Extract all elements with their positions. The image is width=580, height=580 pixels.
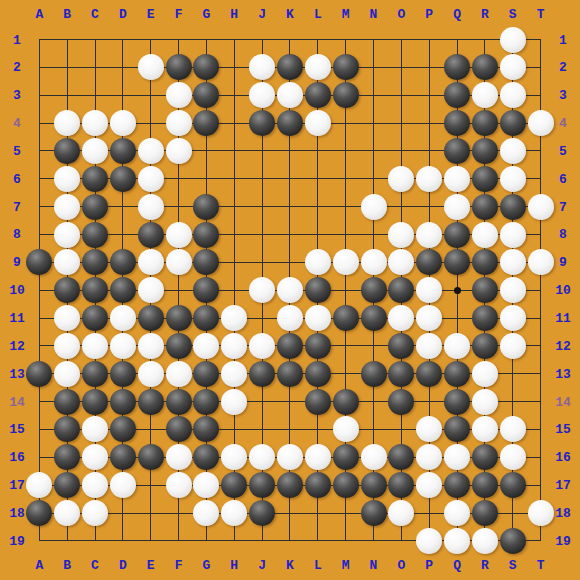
row-label-right-11: 11 xyxy=(555,312,571,325)
row-label-left-17: 17 xyxy=(9,479,25,492)
white-stone-H11[interactable] xyxy=(221,305,247,331)
col-label-top-F: F xyxy=(175,8,183,21)
black-stone-C11[interactable] xyxy=(82,305,108,331)
white-stone-B7[interactable] xyxy=(54,194,80,220)
row-label-right-18: 18 xyxy=(555,506,571,519)
black-stone-Q4[interactable] xyxy=(444,110,470,136)
black-stone-A13[interactable] xyxy=(26,361,52,387)
white-stone-F16[interactable] xyxy=(166,444,192,470)
white-stone-G18[interactable] xyxy=(193,500,219,526)
row-label-left-4: 4 xyxy=(13,117,21,130)
black-stone-K12[interactable] xyxy=(277,333,303,359)
white-stone-B18[interactable] xyxy=(54,500,80,526)
col-label-bottom-P: P xyxy=(425,559,433,572)
row-label-right-6: 6 xyxy=(559,172,567,185)
black-stone-O12[interactable] xyxy=(388,333,414,359)
black-stone-F15[interactable] xyxy=(166,416,192,442)
col-label-top-T: T xyxy=(537,8,545,21)
row-label-left-12: 12 xyxy=(9,339,25,352)
white-stone-S12[interactable] xyxy=(500,333,526,359)
white-stone-B11[interactable] xyxy=(54,305,80,331)
white-stone-Q18[interactable] xyxy=(444,500,470,526)
white-stone-F13[interactable] xyxy=(166,361,192,387)
white-stone-O18[interactable] xyxy=(388,500,414,526)
white-stone-N9[interactable] xyxy=(361,249,387,275)
col-label-top-B: B xyxy=(63,8,71,21)
black-stone-R4[interactable] xyxy=(472,110,498,136)
col-label-bottom-B: B xyxy=(63,559,71,572)
black-stone-R16[interactable] xyxy=(472,444,498,470)
row-label-left-2: 2 xyxy=(13,61,21,74)
col-label-bottom-F: F xyxy=(175,559,183,572)
white-stone-J2[interactable] xyxy=(249,54,275,80)
black-stone-N13[interactable] xyxy=(361,361,387,387)
col-label-top-O: O xyxy=(397,8,405,21)
row-label-left-10: 10 xyxy=(9,284,25,297)
white-stone-M15[interactable] xyxy=(333,416,359,442)
white-stone-R15[interactable] xyxy=(472,416,498,442)
black-stone-M17[interactable] xyxy=(333,472,359,498)
black-stone-L10[interactable] xyxy=(305,277,331,303)
white-stone-F17[interactable] xyxy=(166,472,192,498)
white-stone-H14[interactable] xyxy=(221,389,247,415)
col-label-bottom-Q: Q xyxy=(453,559,461,572)
black-stone-M11[interactable] xyxy=(333,305,359,331)
black-stone-Q8[interactable] xyxy=(444,222,470,248)
white-stone-Q7[interactable] xyxy=(444,194,470,220)
col-label-top-C: C xyxy=(91,8,99,21)
col-label-bottom-C: C xyxy=(91,559,99,572)
white-stone-K10[interactable] xyxy=(277,277,303,303)
col-label-top-R: R xyxy=(481,8,489,21)
black-stone-C14[interactable] xyxy=(82,389,108,415)
white-stone-B6[interactable] xyxy=(54,166,80,192)
col-label-bottom-M: M xyxy=(342,559,350,572)
black-stone-R11[interactable] xyxy=(472,305,498,331)
row-label-right-9: 9 xyxy=(559,256,567,269)
black-stone-G4[interactable] xyxy=(193,110,219,136)
black-stone-J17[interactable] xyxy=(249,472,275,498)
row-label-right-17: 17 xyxy=(555,479,571,492)
col-label-top-K: K xyxy=(286,8,294,21)
white-stone-S9[interactable] xyxy=(500,249,526,275)
black-stone-D5[interactable] xyxy=(110,138,136,164)
black-stone-C9[interactable] xyxy=(82,249,108,275)
black-stone-O14[interactable] xyxy=(388,389,414,415)
black-stone-R18[interactable] xyxy=(472,500,498,526)
black-stone-N10[interactable] xyxy=(361,277,387,303)
black-stone-M16[interactable] xyxy=(333,444,359,470)
black-stone-P9[interactable] xyxy=(416,249,442,275)
black-stone-M14[interactable] xyxy=(333,389,359,415)
black-stone-Q5[interactable] xyxy=(444,138,470,164)
black-stone-J18[interactable] xyxy=(249,500,275,526)
col-label-top-S: S xyxy=(509,8,517,21)
black-stone-D13[interactable] xyxy=(110,361,136,387)
row-label-right-10: 10 xyxy=(555,284,571,297)
row-label-left-16: 16 xyxy=(9,451,25,464)
row-label-right-16: 16 xyxy=(555,451,571,464)
white-stone-E5[interactable] xyxy=(138,138,164,164)
white-stone-S15[interactable] xyxy=(500,416,526,442)
white-stone-P12[interactable] xyxy=(416,333,442,359)
row-label-left-8: 8 xyxy=(13,228,21,241)
white-stone-E9[interactable] xyxy=(138,249,164,275)
black-stone-F2[interactable] xyxy=(166,54,192,80)
black-stone-K4[interactable] xyxy=(277,110,303,136)
row-label-left-5: 5 xyxy=(13,144,21,157)
black-stone-R6[interactable] xyxy=(472,166,498,192)
white-stone-S1[interactable] xyxy=(500,27,526,53)
col-label-bottom-H: H xyxy=(230,559,238,572)
white-stone-B4[interactable] xyxy=(54,110,80,136)
white-stone-H18[interactable] xyxy=(221,500,247,526)
black-stone-R10[interactable] xyxy=(472,277,498,303)
white-stone-C5[interactable] xyxy=(82,138,108,164)
black-stone-Q2[interactable] xyxy=(444,54,470,80)
row-label-right-8: 8 xyxy=(559,228,567,241)
white-stone-S2[interactable] xyxy=(500,54,526,80)
row-label-right-3: 3 xyxy=(559,89,567,102)
black-stone-K17[interactable] xyxy=(277,472,303,498)
white-stone-R19[interactable] xyxy=(472,528,498,554)
black-stone-P13[interactable] xyxy=(416,361,442,387)
white-stone-F8[interactable] xyxy=(166,222,192,248)
black-stone-G13[interactable] xyxy=(193,361,219,387)
white-stone-P11[interactable] xyxy=(416,305,442,331)
white-stone-L9[interactable] xyxy=(305,249,331,275)
white-stone-B9[interactable] xyxy=(54,249,80,275)
row-label-right-4: 4 xyxy=(559,117,567,130)
black-stone-F12[interactable] xyxy=(166,333,192,359)
black-stone-O10[interactable] xyxy=(388,277,414,303)
white-stone-O9[interactable] xyxy=(388,249,414,275)
black-stone-F11[interactable] xyxy=(166,305,192,331)
row-label-left-15: 15 xyxy=(9,423,25,436)
row-label-left-9: 9 xyxy=(13,256,21,269)
white-stone-M9[interactable] xyxy=(333,249,359,275)
black-stone-H17[interactable] xyxy=(221,472,247,498)
white-stone-K3[interactable] xyxy=(277,82,303,108)
row-label-left-1: 1 xyxy=(13,33,21,46)
col-label-top-N: N xyxy=(370,8,378,21)
go-board[interactable]: AABBCCDDEEFFGGHHJJKKLLMMNNOOPPQQRRSSTT11… xyxy=(0,0,580,580)
col-label-bottom-O: O xyxy=(397,559,405,572)
black-stone-R2[interactable] xyxy=(472,54,498,80)
white-stone-E6[interactable] xyxy=(138,166,164,192)
white-stone-H12[interactable] xyxy=(221,333,247,359)
black-stone-R17[interactable] xyxy=(472,472,498,498)
black-stone-L17[interactable] xyxy=(305,472,331,498)
white-stone-T9[interactable] xyxy=(528,249,554,275)
col-label-top-P: P xyxy=(425,8,433,21)
black-stone-S17[interactable] xyxy=(500,472,526,498)
black-stone-F14[interactable] xyxy=(166,389,192,415)
white-stone-L16[interactable] xyxy=(305,444,331,470)
white-stone-T18[interactable] xyxy=(528,500,554,526)
white-stone-E13[interactable] xyxy=(138,361,164,387)
col-label-bottom-A: A xyxy=(35,559,43,572)
col-label-bottom-G: G xyxy=(202,559,210,572)
black-stone-Q14[interactable] xyxy=(444,389,470,415)
black-stone-L14[interactable] xyxy=(305,389,331,415)
col-label-top-D: D xyxy=(119,8,127,21)
white-stone-O11[interactable] xyxy=(388,305,414,331)
black-stone-B17[interactable] xyxy=(54,472,80,498)
black-stone-J4[interactable] xyxy=(249,110,275,136)
black-stone-K13[interactable] xyxy=(277,361,303,387)
black-stone-B14[interactable] xyxy=(54,389,80,415)
white-stone-E10[interactable] xyxy=(138,277,164,303)
white-stone-C16[interactable] xyxy=(82,444,108,470)
row-label-right-1: 1 xyxy=(559,33,567,46)
white-stone-O8[interactable] xyxy=(388,222,414,248)
black-stone-S19[interactable] xyxy=(500,528,526,554)
white-stone-C17[interactable] xyxy=(82,472,108,498)
col-label-top-L: L xyxy=(314,8,322,21)
black-stone-D9[interactable] xyxy=(110,249,136,275)
black-stone-C7[interactable] xyxy=(82,194,108,220)
black-stone-L3[interactable] xyxy=(305,82,331,108)
black-stone-E11[interactable] xyxy=(138,305,164,331)
row-label-right-14: 14 xyxy=(555,395,571,408)
white-stone-P8[interactable] xyxy=(416,222,442,248)
white-stone-S8[interactable] xyxy=(500,222,526,248)
black-stone-O16[interactable] xyxy=(388,444,414,470)
row-label-left-3: 3 xyxy=(13,89,21,102)
white-stone-F5[interactable] xyxy=(166,138,192,164)
row-label-right-19: 19 xyxy=(555,534,571,547)
row-label-left-7: 7 xyxy=(13,200,21,213)
row-label-right-15: 15 xyxy=(555,423,571,436)
black-stone-R12[interactable] xyxy=(472,333,498,359)
white-stone-S6[interactable] xyxy=(500,166,526,192)
white-stone-F3[interactable] xyxy=(166,82,192,108)
black-stone-E8[interactable] xyxy=(138,222,164,248)
col-label-bottom-R: R xyxy=(481,559,489,572)
white-stone-P19[interactable] xyxy=(416,528,442,554)
white-stone-F4[interactable] xyxy=(166,110,192,136)
white-stone-E7[interactable] xyxy=(138,194,164,220)
white-stone-F9[interactable] xyxy=(166,249,192,275)
col-label-top-H: H xyxy=(230,8,238,21)
black-stone-N11[interactable] xyxy=(361,305,387,331)
black-stone-C10[interactable] xyxy=(82,277,108,303)
col-label-top-Q: Q xyxy=(453,8,461,21)
white-stone-O6[interactable] xyxy=(388,166,414,192)
white-stone-Q16[interactable] xyxy=(444,444,470,470)
black-stone-C8[interactable] xyxy=(82,222,108,248)
white-stone-P15[interactable] xyxy=(416,416,442,442)
white-stone-P16[interactable] xyxy=(416,444,442,470)
black-stone-G14[interactable] xyxy=(193,389,219,415)
black-stone-O17[interactable] xyxy=(388,472,414,498)
black-stone-S4[interactable] xyxy=(500,110,526,136)
black-stone-Q9[interactable] xyxy=(444,249,470,275)
white-stone-S5[interactable] xyxy=(500,138,526,164)
black-stone-B16[interactable] xyxy=(54,444,80,470)
black-stone-Q3[interactable] xyxy=(444,82,470,108)
white-stone-D12[interactable] xyxy=(110,333,136,359)
black-stone-S7[interactable] xyxy=(500,194,526,220)
white-stone-D4[interactable] xyxy=(110,110,136,136)
col-label-bottom-S: S xyxy=(509,559,517,572)
row-label-left-18: 18 xyxy=(9,506,25,519)
col-label-top-G: G xyxy=(202,8,210,21)
white-stone-H13[interactable] xyxy=(221,361,247,387)
black-stone-Q13[interactable] xyxy=(444,361,470,387)
black-stone-R9[interactable] xyxy=(472,249,498,275)
black-stone-L12[interactable] xyxy=(305,333,331,359)
black-stone-B15[interactable] xyxy=(54,416,80,442)
black-stone-N17[interactable] xyxy=(361,472,387,498)
black-stone-Q17[interactable] xyxy=(444,472,470,498)
row-label-left-19: 19 xyxy=(9,534,25,547)
white-stone-S3[interactable] xyxy=(500,82,526,108)
col-label-bottom-T: T xyxy=(537,559,545,572)
row-label-left-6: 6 xyxy=(13,172,21,185)
white-stone-Q12[interactable] xyxy=(444,333,470,359)
white-stone-L4[interactable] xyxy=(305,110,331,136)
black-stone-G8[interactable] xyxy=(193,222,219,248)
col-label-top-M: M xyxy=(342,8,350,21)
white-stone-G17[interactable] xyxy=(193,472,219,498)
row-label-right-13: 13 xyxy=(555,367,571,380)
white-stone-J16[interactable] xyxy=(249,444,275,470)
white-stone-C18[interactable] xyxy=(82,500,108,526)
white-stone-L2[interactable] xyxy=(305,54,331,80)
black-stone-E16[interactable] xyxy=(138,444,164,470)
col-label-bottom-J: J xyxy=(258,559,266,572)
white-stone-B13[interactable] xyxy=(54,361,80,387)
black-stone-M2[interactable] xyxy=(333,54,359,80)
row-label-left-13: 13 xyxy=(9,367,25,380)
col-label-bottom-N: N xyxy=(370,559,378,572)
black-stone-M3[interactable] xyxy=(333,82,359,108)
white-stone-D11[interactable] xyxy=(110,305,136,331)
white-stone-J10[interactable] xyxy=(249,277,275,303)
white-stone-N16[interactable] xyxy=(361,444,387,470)
white-stone-T7[interactable] xyxy=(528,194,554,220)
black-stone-N18[interactable] xyxy=(361,500,387,526)
black-stone-B5[interactable] xyxy=(54,138,80,164)
black-stone-Q15[interactable] xyxy=(444,416,470,442)
row-label-left-11: 11 xyxy=(9,312,25,325)
black-stone-D6[interactable] xyxy=(110,166,136,192)
star-point-Q10 xyxy=(454,287,461,294)
white-stone-H16[interactable] xyxy=(221,444,247,470)
white-stone-J12[interactable] xyxy=(249,333,275,359)
white-stone-R8[interactable] xyxy=(472,222,498,248)
row-label-right-12: 12 xyxy=(555,339,571,352)
white-stone-R14[interactable] xyxy=(472,389,498,415)
white-stone-D17[interactable] xyxy=(110,472,136,498)
col-label-top-E: E xyxy=(147,8,155,21)
white-stone-K11[interactable] xyxy=(277,305,303,331)
white-stone-C15[interactable] xyxy=(82,416,108,442)
white-stone-Q6[interactable] xyxy=(444,166,470,192)
white-stone-A17[interactable] xyxy=(26,472,52,498)
col-label-bottom-L: L xyxy=(314,559,322,572)
col-label-top-J: J xyxy=(258,8,266,21)
white-stone-K16[interactable] xyxy=(277,444,303,470)
black-stone-G2[interactable] xyxy=(193,54,219,80)
white-stone-T4[interactable] xyxy=(528,110,554,136)
white-stone-S11[interactable] xyxy=(500,305,526,331)
white-stone-L11[interactable] xyxy=(305,305,331,331)
black-stone-E14[interactable] xyxy=(138,389,164,415)
col-label-bottom-E: E xyxy=(147,559,155,572)
white-stone-J3[interactable] xyxy=(249,82,275,108)
white-stone-P17[interactable] xyxy=(416,472,442,498)
black-stone-D16[interactable] xyxy=(110,444,136,470)
white-stone-S10[interactable] xyxy=(500,277,526,303)
white-stone-S16[interactable] xyxy=(500,444,526,470)
black-stone-G15[interactable] xyxy=(193,416,219,442)
black-stone-D14[interactable] xyxy=(110,389,136,415)
black-stone-J13[interactable] xyxy=(249,361,275,387)
white-stone-R3[interactable] xyxy=(472,82,498,108)
white-stone-C4[interactable] xyxy=(82,110,108,136)
col-label-bottom-D: D xyxy=(119,559,127,572)
black-stone-C13[interactable] xyxy=(82,361,108,387)
black-stone-A18[interactable] xyxy=(26,500,52,526)
white-stone-B12[interactable] xyxy=(54,333,80,359)
white-stone-C12[interactable] xyxy=(82,333,108,359)
black-stone-G16[interactable] xyxy=(193,444,219,470)
black-stone-G7[interactable] xyxy=(193,194,219,220)
black-stone-D10[interactable] xyxy=(110,277,136,303)
white-stone-B8[interactable] xyxy=(54,222,80,248)
black-stone-L13[interactable] xyxy=(305,361,331,387)
black-stone-O13[interactable] xyxy=(388,361,414,387)
black-stone-G10[interactable] xyxy=(193,277,219,303)
row-label-right-2: 2 xyxy=(559,61,567,74)
white-stone-N7[interactable] xyxy=(361,194,387,220)
white-stone-E2[interactable] xyxy=(138,54,164,80)
white-stone-Q19[interactable] xyxy=(444,528,470,554)
black-stone-A9[interactable] xyxy=(26,249,52,275)
white-stone-P10[interactable] xyxy=(416,277,442,303)
row-label-right-5: 5 xyxy=(559,144,567,157)
white-stone-G12[interactable] xyxy=(193,333,219,359)
col-label-top-A: A xyxy=(35,8,43,21)
black-stone-G3[interactable] xyxy=(193,82,219,108)
row-label-left-14: 14 xyxy=(9,395,25,408)
black-stone-R5[interactable] xyxy=(472,138,498,164)
black-stone-B10[interactable] xyxy=(54,277,80,303)
row-label-right-7: 7 xyxy=(559,200,567,213)
white-stone-P6[interactable] xyxy=(416,166,442,192)
white-stone-R13[interactable] xyxy=(472,361,498,387)
black-stone-C6[interactable] xyxy=(82,166,108,192)
black-stone-G11[interactable] xyxy=(193,305,219,331)
col-label-bottom-K: K xyxy=(286,559,294,572)
black-stone-K2[interactable] xyxy=(277,54,303,80)
black-stone-D15[interactable] xyxy=(110,416,136,442)
white-stone-E12[interactable] xyxy=(138,333,164,359)
black-stone-G9[interactable] xyxy=(193,249,219,275)
black-stone-R7[interactable] xyxy=(472,194,498,220)
